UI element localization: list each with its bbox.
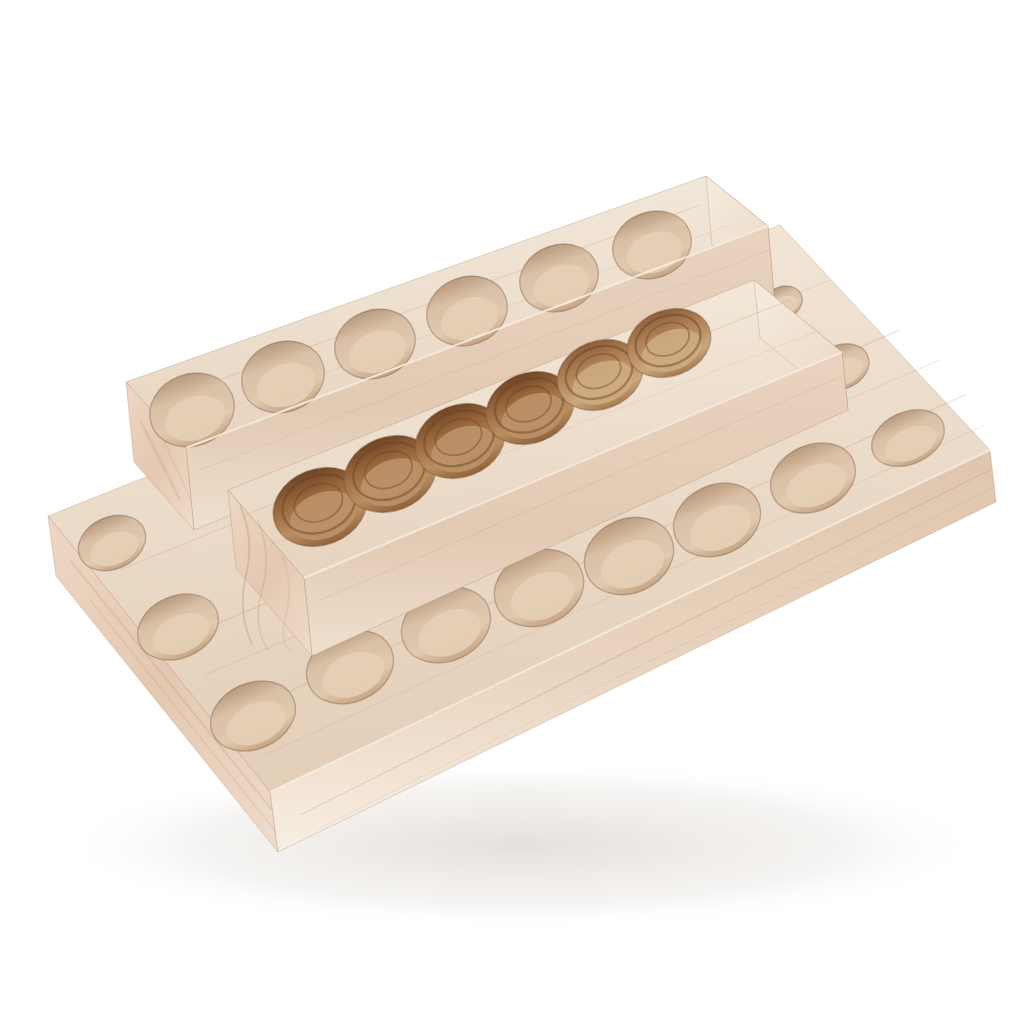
cast-shadow (50, 760, 990, 930)
product-photo: Overhead-angle product photo of a blank … (0, 0, 1024, 1024)
wooden-display-stand-illustration (0, 0, 1024, 1024)
